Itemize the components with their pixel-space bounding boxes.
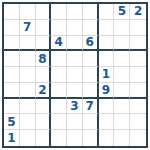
cell-r4c4[interactable]	[51, 51, 67, 67]
cell-r9c5[interactable]	[67, 130, 83, 146]
cell-r9c9[interactable]	[130, 130, 146, 146]
cell-r9c7[interactable]	[99, 130, 115, 146]
cell-r4c9[interactable]	[130, 51, 146, 67]
cell-r3c5[interactable]	[67, 36, 83, 52]
cell-r5c4[interactable]	[51, 67, 67, 83]
cell-r9c4[interactable]	[51, 130, 67, 146]
cell-r3c2[interactable]	[20, 36, 36, 52]
cell-r3c4[interactable]: 4	[51, 36, 67, 52]
cell-r7c5[interactable]: 3	[67, 99, 83, 115]
cell-r7c8[interactable]	[114, 99, 130, 115]
cell-r2c9[interactable]	[130, 20, 146, 36]
cell-r7c9[interactable]	[130, 99, 146, 115]
cell-r9c6[interactable]	[83, 130, 99, 146]
cell-r2c3[interactable]	[36, 20, 52, 36]
cell-r3c3[interactable]	[36, 36, 52, 52]
cell-r1c3[interactable]	[36, 4, 52, 20]
cell-r6c7[interactable]: 9	[99, 83, 115, 99]
cell-r5c2[interactable]	[20, 67, 36, 83]
cell-r5c3[interactable]	[36, 67, 52, 83]
cell-r5c7[interactable]: 1	[99, 67, 115, 83]
cell-r6c5[interactable]	[67, 83, 83, 99]
cell-r8c7[interactable]	[99, 114, 115, 130]
cell-r6c9[interactable]	[130, 83, 146, 99]
cell-r1c6[interactable]	[83, 4, 99, 20]
cell-r1c5[interactable]	[67, 4, 83, 20]
cell-r2c4[interactable]	[51, 20, 67, 36]
cell-r7c6[interactable]: 7	[83, 99, 99, 115]
cell-r2c8[interactable]	[114, 20, 130, 36]
cell-r8c5[interactable]	[67, 114, 83, 130]
sudoku-board: 5274681293751	[2, 2, 148, 148]
cell-r8c6[interactable]	[83, 114, 99, 130]
cell-r3c7[interactable]	[99, 36, 115, 52]
cell-r9c2[interactable]	[20, 130, 36, 146]
cell-r1c7[interactable]	[99, 4, 115, 20]
cell-r8c8[interactable]	[114, 114, 130, 130]
cell-r4c7[interactable]	[99, 51, 115, 67]
cell-r6c6[interactable]	[83, 83, 99, 99]
cell-r8c4[interactable]	[51, 114, 67, 130]
cell-r7c3[interactable]	[36, 99, 52, 115]
cell-r3c8[interactable]	[114, 36, 130, 52]
cell-r1c1[interactable]	[4, 4, 20, 20]
cell-r1c9[interactable]: 2	[130, 4, 146, 20]
cell-r7c7[interactable]	[99, 99, 115, 115]
cell-r2c2[interactable]: 7	[20, 20, 36, 36]
cell-r5c8[interactable]	[114, 67, 130, 83]
cell-r4c5[interactable]	[67, 51, 83, 67]
cell-r3c6[interactable]: 6	[83, 36, 99, 52]
cell-r2c7[interactable]	[99, 20, 115, 36]
cell-r1c2[interactable]	[20, 4, 36, 20]
cell-r9c8[interactable]	[114, 130, 130, 146]
cell-r7c1[interactable]	[4, 99, 20, 115]
cell-r7c4[interactable]	[51, 99, 67, 115]
cell-r6c1[interactable]	[4, 83, 20, 99]
cell-r4c3[interactable]: 8	[36, 51, 52, 67]
cell-r6c8[interactable]	[114, 83, 130, 99]
cell-r5c9[interactable]	[130, 67, 146, 83]
cell-r1c8[interactable]: 5	[114, 4, 130, 20]
cell-r8c3[interactable]	[36, 114, 52, 130]
cell-r4c1[interactable]	[4, 51, 20, 67]
cell-r7c2[interactable]	[20, 99, 36, 115]
cell-r8c1[interactable]: 5	[4, 114, 20, 130]
cell-r8c9[interactable]	[130, 114, 146, 130]
cell-r5c1[interactable]	[4, 67, 20, 83]
cell-r9c3[interactable]	[36, 130, 52, 146]
cell-r3c9[interactable]	[130, 36, 146, 52]
cell-r9c1[interactable]: 1	[4, 130, 20, 146]
cell-r3c1[interactable]	[4, 36, 20, 52]
cell-r6c4[interactable]	[51, 83, 67, 99]
cell-r5c6[interactable]	[83, 67, 99, 83]
cell-r4c2[interactable]	[20, 51, 36, 67]
cell-r2c6[interactable]	[83, 20, 99, 36]
cell-r2c5[interactable]	[67, 20, 83, 36]
cell-r4c8[interactable]	[114, 51, 130, 67]
cell-r4c6[interactable]	[83, 51, 99, 67]
cell-r1c4[interactable]	[51, 4, 67, 20]
cell-r6c3[interactable]: 2	[36, 83, 52, 99]
cell-r8c2[interactable]	[20, 114, 36, 130]
cell-r6c2[interactable]	[20, 83, 36, 99]
cell-r2c1[interactable]	[4, 20, 20, 36]
cell-r5c5[interactable]	[67, 67, 83, 83]
